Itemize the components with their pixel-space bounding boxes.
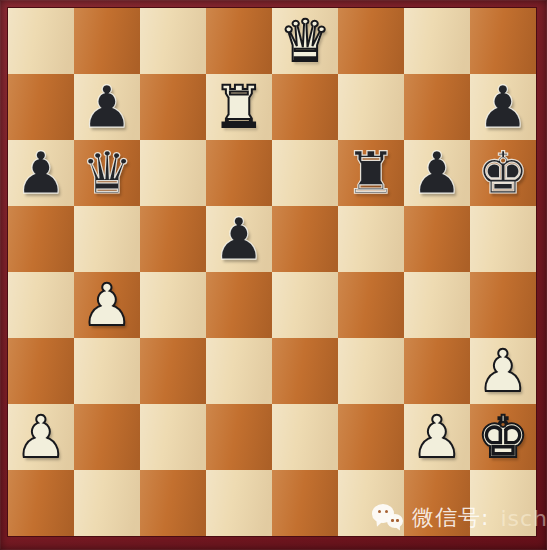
square-a8 — [8, 8, 74, 74]
black-pawn-d5: ♟ — [206, 206, 272, 272]
black-rook-f6: ♜ — [338, 140, 404, 206]
square-e5 — [272, 206, 338, 272]
square-g7 — [404, 74, 470, 140]
square-e4 — [272, 272, 338, 338]
square-f6: ♜ — [338, 140, 404, 206]
square-c5 — [140, 206, 206, 272]
square-e2 — [272, 404, 338, 470]
square-b8 — [74, 8, 140, 74]
black-pawn-h7: ♟ — [470, 74, 536, 140]
square-e8: ♛ — [272, 8, 338, 74]
square-a7 — [8, 74, 74, 140]
white-pawn-b4: ♟ — [74, 272, 140, 338]
square-g6: ♟ — [404, 140, 470, 206]
square-a4 — [8, 272, 74, 338]
square-g1 — [404, 470, 470, 536]
square-b7: ♟ — [74, 74, 140, 140]
chess-board-frame: ♛♟♜♟♟♛♜♟♚♟♟♟♟♟♚ 微信号: ischess — [0, 0, 547, 550]
square-h4 — [470, 272, 536, 338]
black-pawn-a6: ♟ — [8, 140, 74, 206]
square-h3: ♟ — [470, 338, 536, 404]
black-queen-b6: ♛ — [74, 140, 140, 206]
white-pawn-h3: ♟ — [470, 338, 536, 404]
square-c1 — [140, 470, 206, 536]
square-h8 — [470, 8, 536, 74]
square-e7 — [272, 74, 338, 140]
square-f8 — [338, 8, 404, 74]
white-rook-d7: ♜ — [206, 74, 272, 140]
square-c4 — [140, 272, 206, 338]
white-king-h2: ♚ — [470, 404, 536, 470]
square-e1 — [272, 470, 338, 536]
square-b4: ♟ — [74, 272, 140, 338]
chess-board: ♛♟♜♟♟♛♜♟♚♟♟♟♟♟♚ — [8, 8, 536, 536]
square-h7: ♟ — [470, 74, 536, 140]
square-a1 — [8, 470, 74, 536]
square-f2 — [338, 404, 404, 470]
square-f4 — [338, 272, 404, 338]
square-d6 — [206, 140, 272, 206]
square-b1 — [74, 470, 140, 536]
square-d2 — [206, 404, 272, 470]
square-d4 — [206, 272, 272, 338]
square-h6: ♚ — [470, 140, 536, 206]
square-b6: ♛ — [74, 140, 140, 206]
square-h1 — [470, 470, 536, 536]
black-king-h6: ♚ — [470, 140, 536, 206]
square-c6 — [140, 140, 206, 206]
white-queen-e8: ♛ — [272, 8, 338, 74]
square-d5: ♟ — [206, 206, 272, 272]
square-c2 — [140, 404, 206, 470]
square-e3 — [272, 338, 338, 404]
square-b5 — [74, 206, 140, 272]
square-a3 — [8, 338, 74, 404]
white-pawn-a2: ♟ — [8, 404, 74, 470]
square-d7: ♜ — [206, 74, 272, 140]
square-a2: ♟ — [8, 404, 74, 470]
white-pawn-g2: ♟ — [404, 404, 470, 470]
square-h2: ♚ — [470, 404, 536, 470]
square-a6: ♟ — [8, 140, 74, 206]
square-c7 — [140, 74, 206, 140]
square-d8 — [206, 8, 272, 74]
square-d1 — [206, 470, 272, 536]
square-f5 — [338, 206, 404, 272]
square-f7 — [338, 74, 404, 140]
square-g2: ♟ — [404, 404, 470, 470]
square-a5 — [8, 206, 74, 272]
square-h5 — [470, 206, 536, 272]
square-b2 — [74, 404, 140, 470]
square-f3 — [338, 338, 404, 404]
square-g4 — [404, 272, 470, 338]
black-pawn-g6: ♟ — [404, 140, 470, 206]
black-pawn-b7: ♟ — [74, 74, 140, 140]
square-e6 — [272, 140, 338, 206]
square-c3 — [140, 338, 206, 404]
square-f1 — [338, 470, 404, 536]
square-g8 — [404, 8, 470, 74]
square-g5 — [404, 206, 470, 272]
square-d3 — [206, 338, 272, 404]
square-g3 — [404, 338, 470, 404]
square-b3 — [74, 338, 140, 404]
square-c8 — [140, 8, 206, 74]
